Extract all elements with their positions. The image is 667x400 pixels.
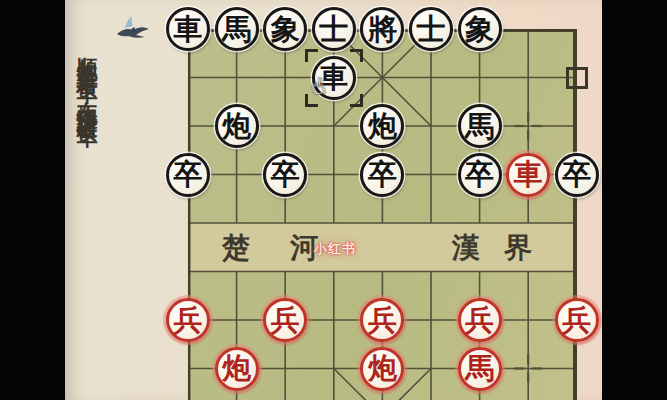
letterbox-left — [0, 0, 65, 400]
piece-black-pawn[interactable]: 卒 — [360, 153, 404, 197]
piece-black-advisor[interactable]: 士 — [312, 7, 356, 51]
piece-red-horse[interactable]: 馬 — [458, 347, 502, 391]
opening-title-line-1: 顺炮直车对横车 — [75, 40, 99, 68]
piece-black-cannon[interactable]: 炮 — [215, 104, 259, 148]
piece-black-pawn[interactable]: 卒 — [263, 153, 307, 197]
piece-red-pawn[interactable]: 兵 — [166, 298, 210, 342]
river-label-char: 界 — [500, 229, 536, 267]
piece-red-cannon[interactable]: 炮 — [360, 347, 404, 391]
piece-red-pawn[interactable]: 兵 — [555, 298, 599, 342]
piece-black-pawn[interactable]: 卒 — [555, 153, 599, 197]
app-background: 顺炮直车对横车左炮巡河破横车 楚河漢界 小红书 車馬象士將士象車炮炮馬卒卒卒卒車… — [65, 0, 602, 400]
river-label-char: 漢 — [448, 229, 484, 267]
video-frame: 顺炮直车对横车左炮巡河破横车 楚河漢界 小红书 車馬象士將士象車炮炮馬卒卒卒卒車… — [0, 0, 667, 400]
piece-black-pawn[interactable]: 卒 — [166, 153, 210, 197]
piece-red-pawn[interactable]: 兵 — [263, 298, 307, 342]
opening-title: 顺炮直车对横车左炮巡河破横车 — [74, 40, 100, 400]
letterbox-right — [602, 0, 667, 400]
piece-red-cannon[interactable]: 炮 — [215, 347, 259, 391]
piece-black-advisor[interactable]: 士 — [409, 7, 453, 51]
xiangqi-board[interactable]: 楚河漢界 小红书 車馬象士將士象車炮炮馬卒卒卒卒車卒兵兵兵兵兵炮炮馬 ☝ — [188, 29, 577, 400]
watermark: 小红书 — [314, 240, 356, 258]
river-label-char: 楚 — [218, 229, 254, 267]
piece-red-pawn[interactable]: 兵 — [458, 298, 502, 342]
piece-black-elephant[interactable]: 象 — [263, 7, 307, 51]
piece-black-horse[interactable]: 馬 — [215, 7, 259, 51]
piece-red-rook[interactable]: 車 — [506, 153, 550, 197]
bird-icon — [111, 12, 155, 50]
piece-black-elephant[interactable]: 象 — [458, 7, 502, 51]
move-origin-marker — [566, 67, 588, 89]
opening-title-line-2: 左炮巡河破横车 — [75, 84, 99, 112]
piece-black-pawn[interactable]: 卒 — [458, 153, 502, 197]
piece-black-horse[interactable]: 馬 — [458, 104, 502, 148]
piece-black-rook[interactable]: 車 — [166, 7, 210, 51]
board-grid — [188, 29, 577, 400]
